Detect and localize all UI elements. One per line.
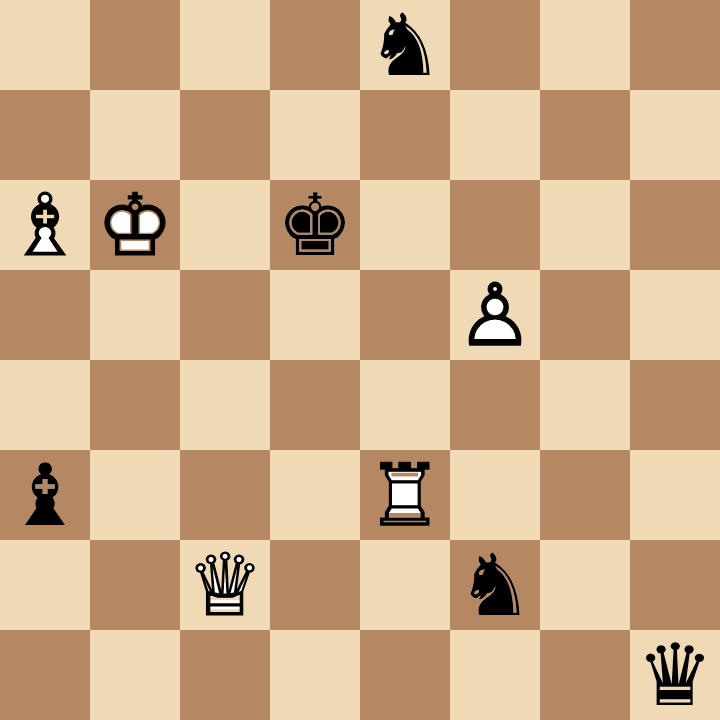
square-d3[interactable] <box>270 450 360 540</box>
square-d7[interactable] <box>270 90 360 180</box>
square-a8[interactable] <box>0 0 90 90</box>
chess-board[interactable]: ♞♞♝♗♚♔♚♚♟♙♝♝♜♖♛♕♞♞♛♛ <box>0 0 720 720</box>
square-c3[interactable] <box>180 450 270 540</box>
square-g3[interactable] <box>540 450 630 540</box>
square-f3[interactable] <box>450 450 540 540</box>
square-b2[interactable] <box>90 540 180 630</box>
square-b7[interactable] <box>90 90 180 180</box>
square-e3[interactable]: ♜♖ <box>360 450 450 540</box>
square-c5[interactable] <box>180 270 270 360</box>
square-a6[interactable]: ♝♗ <box>0 180 90 270</box>
square-e5[interactable] <box>360 270 450 360</box>
square-g7[interactable] <box>540 90 630 180</box>
square-g1[interactable] <box>540 630 630 720</box>
square-c1[interactable] <box>180 630 270 720</box>
square-b5[interactable] <box>90 270 180 360</box>
square-a5[interactable] <box>0 270 90 360</box>
piece-white-king[interactable]: ♚♔ <box>90 180 180 270</box>
square-h8[interactable] <box>630 0 720 90</box>
square-h6[interactable] <box>630 180 720 270</box>
square-e8[interactable]: ♞♞ <box>360 0 450 90</box>
piece-black-bishop[interactable]: ♝♝ <box>0 450 90 540</box>
black-knight-glyph: ♞ <box>450 540 540 630</box>
square-f2[interactable]: ♞♞ <box>450 540 540 630</box>
square-e2[interactable] <box>360 540 450 630</box>
square-b4[interactable] <box>90 360 180 450</box>
square-h1[interactable]: ♛♛ <box>630 630 720 720</box>
square-b8[interactable] <box>90 0 180 90</box>
square-f6[interactable] <box>450 180 540 270</box>
square-f5[interactable]: ♟♙ <box>450 270 540 360</box>
white-king-glyph: ♔ <box>90 180 180 270</box>
white-pawn-glyph: ♙ <box>450 270 540 360</box>
white-rook-glyph: ♖ <box>360 450 450 540</box>
square-f8[interactable] <box>450 0 540 90</box>
square-d4[interactable] <box>270 360 360 450</box>
square-d2[interactable] <box>270 540 360 630</box>
square-g2[interactable] <box>540 540 630 630</box>
square-a7[interactable] <box>0 90 90 180</box>
square-b1[interactable] <box>90 630 180 720</box>
square-e6[interactable] <box>360 180 450 270</box>
piece-white-pawn[interactable]: ♟♙ <box>450 270 540 360</box>
black-bishop-glyph: ♝ <box>0 450 90 540</box>
square-f1[interactable] <box>450 630 540 720</box>
piece-black-queen[interactable]: ♛♛ <box>630 630 720 720</box>
white-bishop-glyph: ♗ <box>0 180 90 270</box>
square-e1[interactable] <box>360 630 450 720</box>
square-c4[interactable] <box>180 360 270 450</box>
square-g8[interactable] <box>540 0 630 90</box>
piece-white-rook[interactable]: ♜♖ <box>360 450 450 540</box>
square-d6[interactable]: ♚♚ <box>270 180 360 270</box>
square-h7[interactable] <box>630 90 720 180</box>
black-queen-glyph: ♛ <box>630 630 720 720</box>
square-d1[interactable] <box>270 630 360 720</box>
square-a1[interactable] <box>0 630 90 720</box>
square-h5[interactable] <box>630 270 720 360</box>
square-c7[interactable] <box>180 90 270 180</box>
square-a4[interactable] <box>0 360 90 450</box>
square-c8[interactable] <box>180 0 270 90</box>
black-king-glyph: ♚ <box>270 180 360 270</box>
square-e7[interactable] <box>360 90 450 180</box>
square-h4[interactable] <box>630 360 720 450</box>
square-c2[interactable]: ♛♕ <box>180 540 270 630</box>
piece-white-bishop[interactable]: ♝♗ <box>0 180 90 270</box>
piece-white-queen[interactable]: ♛♕ <box>180 540 270 630</box>
square-g4[interactable] <box>540 360 630 450</box>
white-queen-glyph: ♕ <box>180 540 270 630</box>
square-h3[interactable] <box>630 450 720 540</box>
square-a2[interactable] <box>0 540 90 630</box>
square-c6[interactable] <box>180 180 270 270</box>
square-h2[interactable] <box>630 540 720 630</box>
square-d8[interactable] <box>270 0 360 90</box>
square-d5[interactable] <box>270 270 360 360</box>
piece-black-knight[interactable]: ♞♞ <box>450 540 540 630</box>
piece-black-king[interactable]: ♚♚ <box>270 180 360 270</box>
square-g5[interactable] <box>540 270 630 360</box>
square-e4[interactable] <box>360 360 450 450</box>
piece-black-knight[interactable]: ♞♞ <box>360 0 450 90</box>
black-knight-glyph: ♞ <box>360 0 450 90</box>
square-g6[interactable] <box>540 180 630 270</box>
square-a3[interactable]: ♝♝ <box>0 450 90 540</box>
square-f7[interactable] <box>450 90 540 180</box>
square-b6[interactable]: ♚♔ <box>90 180 180 270</box>
square-b3[interactable] <box>90 450 180 540</box>
square-f4[interactable] <box>450 360 540 450</box>
